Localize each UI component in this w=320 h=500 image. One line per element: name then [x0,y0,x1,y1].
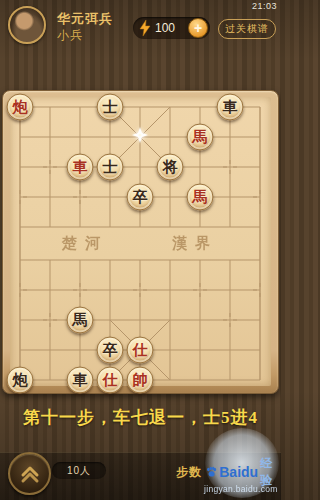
piece-red-帥[interactable]: 帥 [127,367,154,394]
piece-red-仕[interactable]: 仕 [97,367,124,394]
player-rank: 小兵 [57,27,83,44]
piece-black-馬[interactable]: 馬 [67,307,94,334]
move-caption: 第十一步，车七退一，士5进4 [0,406,281,429]
add-energy-button[interactable]: + [188,18,208,38]
energy-value: 100 [155,21,175,35]
piece-black-将[interactable]: 将 [157,154,184,181]
river-label-right: 漢界 [172,234,218,253]
expand-up-button[interactable] [8,452,51,495]
piece-black-炮[interactable]: 炮 [7,367,34,394]
kifu-button[interactable]: 过关棋谱 [218,19,276,39]
players-count[interactable]: 10人 [52,462,106,479]
piece-black-車[interactable]: 車 [217,94,244,121]
watermark-baidu-text: Baidu [219,464,258,480]
avatar[interactable] [8,6,46,44]
steps-label: 步数 [176,464,202,481]
piece-black-士[interactable]: 士 [97,94,124,121]
river-label-left: 楚河 [62,234,108,253]
last-move-sparkle-icon [130,125,150,149]
piece-black-士[interactable]: 士 [97,154,124,181]
baidu-paw-icon [206,465,217,479]
piece-red-仕[interactable]: 仕 [127,337,154,364]
piece-black-卒[interactable]: 卒 [127,184,154,211]
piece-black-卒[interactable]: 卒 [97,337,124,364]
piece-red-車[interactable]: 車 [67,154,94,181]
watermark-url: jingyan.baidu.com [204,484,278,494]
piece-red-馬[interactable]: 馬 [187,124,214,151]
lightning-icon [139,20,151,40]
piece-black-車[interactable]: 車 [67,367,94,394]
level-name: 华元弭兵 [57,10,113,28]
piece-red-馬[interactable]: 馬 [187,184,214,211]
piece-red-炮[interactable]: 炮 [7,94,34,121]
xiangqi-board[interactable]: 楚河 漢界 炮士車馬車士将卒馬馬卒仕炮車仕帥 [0,88,281,402]
double-chevron-up-icon [19,464,41,484]
status-clock: 21:03 [252,1,277,11]
